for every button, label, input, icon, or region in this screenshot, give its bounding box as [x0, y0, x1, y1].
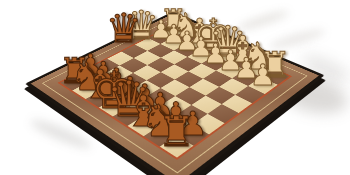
chess-set-photo: ♜♞♟♛♛♝♟♚♟♛♟♝♟♞♟♟♜♟♟♜♟♟♞♟♝♟♚♟♛♟♝♟♞♜	[0, 0, 350, 175]
board-perspective	[0, 0, 350, 175]
board-walnut-frame	[31, 13, 319, 175]
chess-board-grid	[57, 24, 292, 160]
board-3d	[25, 11, 325, 175]
board-molding	[25, 11, 325, 175]
